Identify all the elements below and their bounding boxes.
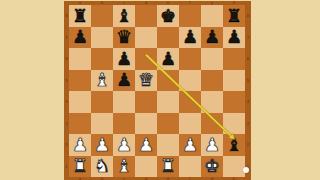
piece-white-pawn-b2[interactable]: ♟ (94, 136, 110, 154)
piece-white-king-g1[interactable]: ♚ (204, 157, 220, 175)
square-e2[interactable] (157, 134, 179, 156)
rank-label-7: 7 (245, 27, 251, 49)
square-a5[interactable] (69, 70, 91, 92)
file-label-g: g (201, 177, 223, 180)
square-h5[interactable] (223, 70, 245, 92)
piece-black-pawn-f7[interactable]: ♟ (182, 28, 198, 46)
piece-black-bishop-h2[interactable]: ♝ (226, 136, 242, 154)
square-d2[interactable]: ♟ (135, 134, 157, 156)
piece-black-pawn-a7[interactable]: ♟ (72, 28, 88, 46)
rank-label-5: 5 (245, 70, 251, 92)
square-c3[interactable] (113, 113, 135, 135)
square-f8[interactable] (179, 5, 201, 27)
square-a6[interactable] (69, 48, 91, 70)
square-b4[interactable] (91, 91, 113, 113)
square-d3[interactable] (135, 113, 157, 135)
square-g4[interactable] (201, 91, 223, 113)
piece-black-pawn-e6[interactable]: ♟ (160, 50, 176, 68)
square-e1[interactable]: ♜ (157, 156, 179, 178)
square-c8[interactable]: ♝ (113, 5, 135, 27)
rank-label-2: 2 (245, 134, 251, 156)
square-a7[interactable]: ♟ (69, 27, 91, 49)
piece-white-pawn-f2[interactable]: ♟ (182, 136, 198, 154)
rank-label-3: 3 (245, 113, 251, 135)
piece-black-queen-c7[interactable]: ♛ (116, 28, 132, 46)
square-c4[interactable] (113, 91, 135, 113)
square-c6[interactable]: ♟ (113, 48, 135, 70)
rank-label-8: 8 (245, 5, 251, 27)
square-b6[interactable] (91, 48, 113, 70)
square-d1[interactable] (135, 156, 157, 178)
piece-white-pawn-d2[interactable]: ♟ (138, 136, 154, 154)
piece-black-pawn-h7[interactable]: ♟ (226, 28, 242, 46)
square-f4[interactable] (179, 91, 201, 113)
square-b8[interactable] (91, 5, 113, 27)
square-e6[interactable]: ♟ (157, 48, 179, 70)
piece-white-knight-b1[interactable]: ♞ (94, 157, 110, 175)
piece-black-king-e8[interactable]: ♚ (160, 7, 176, 25)
square-h6[interactable] (223, 48, 245, 70)
piece-black-pawn-c5[interactable]: ♟ (116, 71, 132, 89)
square-e4[interactable] (157, 91, 179, 113)
file-label-b: b (91, 177, 113, 180)
square-c5[interactable]: ♟ (113, 70, 135, 92)
square-f2[interactable]: ♟ (179, 134, 201, 156)
square-g7[interactable]: ♟ (201, 27, 223, 49)
chess-board: abcdefgh abcdefgh 87654321 87654321 ♜♝♚♜… (64, 1, 251, 180)
piece-white-bishop-b5[interactable]: ♝ (94, 71, 110, 89)
piece-black-pawn-c6[interactable]: ♟ (116, 50, 132, 68)
square-h1[interactable] (223, 156, 245, 178)
side-to-move-indicator (243, 167, 249, 173)
square-g8[interactable] (201, 5, 223, 27)
square-a3[interactable] (69, 113, 91, 135)
square-d4[interactable] (135, 91, 157, 113)
square-h2[interactable]: ♝ (223, 134, 245, 156)
square-a4[interactable] (69, 91, 91, 113)
piece-black-pawn-g7[interactable]: ♟ (204, 28, 220, 46)
square-a1[interactable]: ♜ (69, 156, 91, 178)
square-e8[interactable]: ♚ (157, 5, 179, 27)
square-a8[interactable]: ♜ (69, 5, 91, 27)
piece-black-bishop-c8[interactable]: ♝ (116, 7, 132, 25)
piece-white-queen-d5[interactable]: ♛ (138, 71, 154, 89)
square-d6[interactable] (135, 48, 157, 70)
square-g3[interactable] (201, 113, 223, 135)
square-f6[interactable] (179, 48, 201, 70)
file-label-e: e (157, 177, 179, 180)
square-e7[interactable] (157, 27, 179, 49)
square-c1[interactable]: ♝ (113, 156, 135, 178)
square-e3[interactable] (157, 113, 179, 135)
piece-white-pawn-c2[interactable]: ♟ (116, 136, 132, 154)
square-b5[interactable]: ♝ (91, 70, 113, 92)
piece-white-bishop-c1[interactable]: ♝ (116, 157, 132, 175)
square-e5[interactable] (157, 70, 179, 92)
square-f7[interactable]: ♟ (179, 27, 201, 49)
square-c7[interactable]: ♛ (113, 27, 135, 49)
square-f1[interactable] (179, 156, 201, 178)
square-f3[interactable] (179, 113, 201, 135)
square-f5[interactable] (179, 70, 201, 92)
file-labels-bottom: abcdefgh (69, 177, 245, 180)
square-d8[interactable] (135, 5, 157, 27)
file-label-c: c (113, 177, 135, 180)
piece-white-rook-e1[interactable]: ♜ (160, 157, 176, 175)
piece-white-pawn-g2[interactable]: ♟ (204, 136, 220, 154)
square-g5[interactable] (201, 70, 223, 92)
rank-labels-right: 87654321 (245, 5, 251, 177)
square-g1[interactable]: ♚ (201, 156, 223, 178)
rank-label-6: 6 (245, 48, 251, 70)
rank-label-4: 4 (245, 91, 251, 113)
square-b3[interactable] (91, 113, 113, 135)
square-h4[interactable] (223, 91, 245, 113)
piece-white-rook-a1[interactable]: ♜ (72, 157, 88, 175)
piece-white-pawn-a2[interactable]: ♟ (72, 136, 88, 154)
file-label-h: h (223, 177, 245, 180)
square-h8[interactable]: ♜ (223, 5, 245, 27)
file-label-a: a (69, 177, 91, 180)
square-b7[interactable] (91, 27, 113, 49)
square-b1[interactable]: ♞ (91, 156, 113, 178)
square-a2[interactable]: ♟ (69, 134, 91, 156)
file-label-f: f (179, 177, 201, 180)
piece-black-rook-h8[interactable]: ♜ (226, 7, 242, 25)
square-h3[interactable] (223, 113, 245, 135)
square-c2[interactable]: ♟ (113, 134, 135, 156)
file-label-d: d (135, 177, 157, 180)
square-d7[interactable] (135, 27, 157, 49)
board-squares: ♜♝♚♜♟♛♟♟♟♟♟♝♟♛♟♟♟♟♟♟♝♜♞♝♜♚ (69, 5, 245, 177)
square-b2[interactable]: ♟ (91, 134, 113, 156)
piece-black-rook-a8[interactable]: ♜ (72, 7, 88, 25)
square-g2[interactable]: ♟ (201, 134, 223, 156)
square-h7[interactable]: ♟ (223, 27, 245, 49)
square-g6[interactable] (201, 48, 223, 70)
square-d5[interactable]: ♛ (135, 70, 157, 92)
